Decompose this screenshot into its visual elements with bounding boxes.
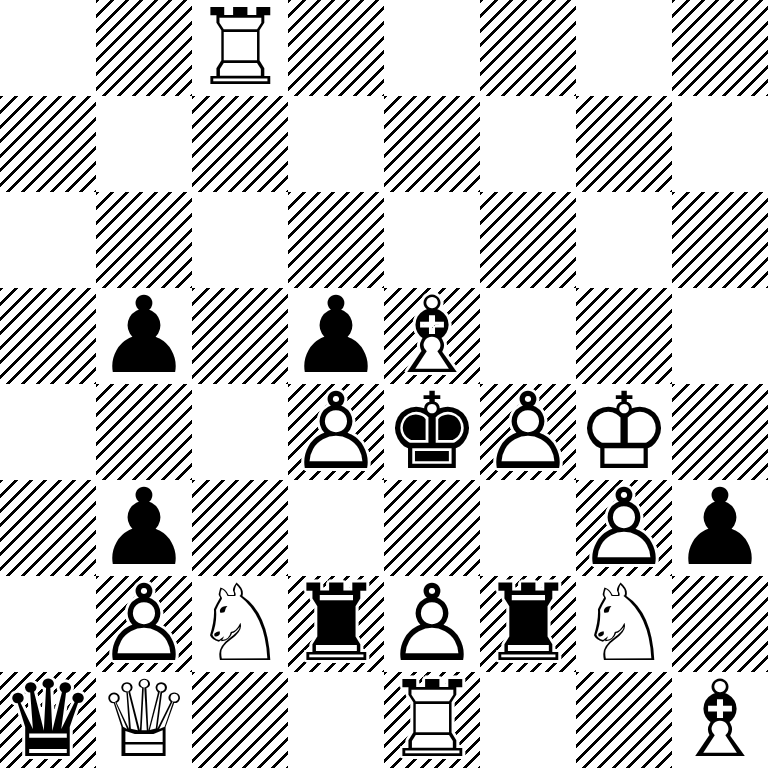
piece-glyph: ♜ <box>288 562 383 685</box>
square-h1[interactable]: ♝♗ <box>672 672 768 768</box>
square-d1[interactable] <box>288 672 384 768</box>
square-h6[interactable] <box>672 192 768 288</box>
square-f4[interactable]: ♟♙ <box>480 384 576 480</box>
square-c5[interactable] <box>192 288 288 384</box>
chess-board: ♜♖♟♟♟♟♝♗♟♙♚♚♟♙♚♔♟♟♟♙♟♟♟♙♞♘♜♜♟♙♜♜♞♘♛♛♛♕♜♖… <box>0 0 768 768</box>
square-c1[interactable] <box>192 672 288 768</box>
piece-glyph: ♖ <box>192 0 287 109</box>
piece-glyph: ♗ <box>672 658 767 768</box>
piece-glyph: ♕ <box>96 658 191 768</box>
square-g7[interactable] <box>576 96 672 192</box>
black-rook: ♜♜ <box>288 576 384 672</box>
square-c7[interactable] <box>192 96 288 192</box>
square-f2[interactable]: ♜♜ <box>480 576 576 672</box>
square-c6[interactable] <box>192 192 288 288</box>
white-rook: ♜♖ <box>384 672 480 768</box>
square-g6[interactable] <box>576 192 672 288</box>
square-e1[interactable]: ♜♖ <box>384 672 480 768</box>
piece-glyph: ♚ <box>384 370 479 493</box>
piece-glyph: ♖ <box>384 658 479 768</box>
square-a8[interactable] <box>0 0 96 96</box>
black-pawn: ♟♟ <box>672 480 768 576</box>
square-e8[interactable] <box>384 0 480 96</box>
piece-glyph: ♟ <box>96 274 191 397</box>
square-a7[interactable] <box>0 96 96 192</box>
square-e4[interactable]: ♚♚ <box>384 384 480 480</box>
square-f6[interactable] <box>480 192 576 288</box>
white-queen: ♛♕ <box>96 672 192 768</box>
square-g1[interactable] <box>576 672 672 768</box>
square-b5[interactable]: ♟♟ <box>96 288 192 384</box>
square-b8[interactable] <box>96 0 192 96</box>
square-b7[interactable] <box>96 96 192 192</box>
piece-glyph: ♘ <box>192 562 287 685</box>
square-f7[interactable] <box>480 96 576 192</box>
square-f1[interactable] <box>480 672 576 768</box>
square-d4[interactable]: ♟♙ <box>288 384 384 480</box>
white-pawn: ♟♙ <box>480 384 576 480</box>
white-pawn: ♟♙ <box>288 384 384 480</box>
square-h5[interactable] <box>672 288 768 384</box>
white-rook: ♜♖ <box>192 0 288 96</box>
square-c4[interactable] <box>192 384 288 480</box>
square-e7[interactable] <box>384 96 480 192</box>
white-knight: ♞♘ <box>192 576 288 672</box>
square-b1[interactable]: ♛♕ <box>96 672 192 768</box>
square-a1[interactable]: ♛♛ <box>0 672 96 768</box>
square-a5[interactable] <box>0 288 96 384</box>
piece-glyph: ♘ <box>576 562 671 685</box>
black-king: ♚♚ <box>384 384 480 480</box>
square-c8[interactable]: ♜♖ <box>192 0 288 96</box>
square-d8[interactable] <box>288 0 384 96</box>
square-h3[interactable]: ♟♟ <box>672 480 768 576</box>
square-h7[interactable] <box>672 96 768 192</box>
square-g2[interactable]: ♞♘ <box>576 576 672 672</box>
piece-glyph: ♙ <box>288 370 383 493</box>
square-c2[interactable]: ♞♘ <box>192 576 288 672</box>
black-rook: ♜♜ <box>480 576 576 672</box>
square-g8[interactable] <box>576 0 672 96</box>
square-a6[interactable] <box>0 192 96 288</box>
piece-glyph: ♛ <box>0 658 95 768</box>
square-f8[interactable] <box>480 0 576 96</box>
piece-glyph: ♟ <box>672 466 767 589</box>
square-d7[interactable] <box>288 96 384 192</box>
piece-glyph: ♙ <box>480 370 575 493</box>
square-h8[interactable] <box>672 0 768 96</box>
square-a4[interactable] <box>0 384 96 480</box>
piece-glyph: ♜ <box>480 562 575 685</box>
black-queen: ♛♛ <box>0 672 96 768</box>
black-pawn: ♟♟ <box>96 288 192 384</box>
square-d2[interactable]: ♜♜ <box>288 576 384 672</box>
white-bishop: ♝♗ <box>672 672 768 768</box>
square-a3[interactable] <box>0 480 96 576</box>
white-knight: ♞♘ <box>576 576 672 672</box>
